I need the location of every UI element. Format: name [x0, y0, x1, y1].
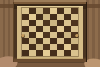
board-square-e6[interactable] — [50, 20, 57, 26]
board-square-d1[interactable] — [43, 50, 50, 56]
board-border — [17, 6, 83, 59]
board-square-g4[interactable] — [64, 32, 71, 38]
board-square-g1[interactable] — [64, 50, 71, 56]
brass-knob-left — [21, 34, 25, 38]
board-square-b7[interactable] — [29, 14, 36, 20]
board-square-c2[interactable] — [36, 44, 43, 50]
board-square-h6[interactable] — [71, 20, 78, 26]
board-square-e8[interactable] — [50, 8, 57, 14]
board-square-e1[interactable] — [50, 50, 57, 56]
board-square-a1[interactable] — [22, 50, 29, 56]
board-square-f5[interactable] — [57, 26, 64, 32]
board-frame — [13, 2, 87, 62]
board-square-c4[interactable] — [36, 32, 43, 38]
board-square-c8[interactable] — [36, 8, 43, 14]
board-square-f1[interactable] — [57, 50, 64, 56]
board-square-c1[interactable] — [36, 50, 43, 56]
table-wood-right — [86, 0, 100, 67]
board-square-h2[interactable] — [71, 44, 78, 50]
board-square-d4[interactable] — [43, 32, 50, 38]
board-square-b3[interactable] — [29, 38, 36, 44]
checkerboard — [22, 8, 78, 56]
table-edge-shadow-right — [86, 4, 100, 8]
table-edge-shadow-left — [0, 4, 14, 8]
board-square-g2[interactable] — [64, 44, 71, 50]
board-square-h8[interactable] — [71, 8, 78, 14]
brass-knob-right — [75, 34, 79, 38]
board-square-d6[interactable] — [43, 20, 50, 26]
board-square-b1[interactable] — [29, 50, 36, 56]
game-table-photo — [0, 0, 100, 67]
board-square-h1[interactable] — [71, 50, 78, 56]
